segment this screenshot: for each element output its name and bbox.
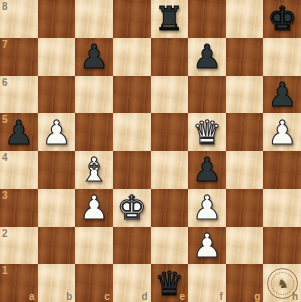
square-a7[interactable]: 7 (0, 38, 38, 76)
white-pawn-f2[interactable]: ♟ (188, 227, 226, 265)
square-a1[interactable]: 1a (0, 264, 38, 302)
black-pawn-a5[interactable]: ♟ (0, 113, 38, 151)
square-e1[interactable]: e♛ (151, 264, 189, 302)
square-f6[interactable] (188, 76, 226, 114)
rank-label-3: 3 (2, 190, 8, 201)
square-c2[interactable] (75, 227, 113, 265)
square-f7[interactable]: ♟ (188, 38, 226, 76)
square-g1[interactable]: g (226, 264, 264, 302)
square-h2[interactable] (263, 227, 301, 265)
square-g4[interactable] (226, 151, 264, 189)
white-pawn-h5[interactable]: ♟ (263, 113, 301, 151)
square-d8[interactable] (113, 0, 151, 38)
square-e8[interactable]: ♜ (151, 0, 189, 38)
square-e3[interactable] (151, 189, 189, 227)
square-f5[interactable]: ♛ (188, 113, 226, 151)
rank-label-6: 6 (2, 77, 8, 88)
square-f2[interactable]: ♟ (188, 227, 226, 265)
square-a5[interactable]: 5♟ (0, 113, 38, 151)
square-e4[interactable] (151, 151, 189, 189)
rank-label-7: 7 (2, 39, 8, 50)
square-f3[interactable]: ♟ (188, 189, 226, 227)
square-e6[interactable] (151, 76, 189, 114)
black-queen-e1[interactable]: ♛ (151, 264, 189, 302)
chess-board-window: 8♜♚7♟♟6♟5♟♟♛♟4♝♟3♟♚♟2♟1abcde♛fgh♞ (0, 0, 301, 302)
square-g5[interactable] (226, 113, 264, 151)
white-pawn-b5[interactable]: ♟ (38, 113, 76, 151)
square-f1[interactable]: f (188, 264, 226, 302)
square-c4[interactable]: ♝ (75, 151, 113, 189)
square-e5[interactable] (151, 113, 189, 151)
square-g8[interactable] (226, 0, 264, 38)
rank-label-1: 1 (2, 265, 8, 276)
square-d6[interactable] (113, 76, 151, 114)
square-a2[interactable]: 2 (0, 227, 38, 265)
square-h4[interactable] (263, 151, 301, 189)
square-b4[interactable] (38, 151, 76, 189)
square-d2[interactable] (113, 227, 151, 265)
square-c5[interactable] (75, 113, 113, 151)
square-d5[interactable] (113, 113, 151, 151)
square-d4[interactable] (113, 151, 151, 189)
file-label-f: f (219, 291, 222, 302)
square-h6[interactable]: ♟ (263, 76, 301, 114)
white-pawn-c3[interactable]: ♟ (75, 189, 113, 227)
square-c1[interactable]: c (75, 264, 113, 302)
white-bishop-c4[interactable]: ♝ (75, 151, 113, 189)
square-a8[interactable]: 8 (0, 0, 38, 38)
square-a3[interactable]: 3 (0, 189, 38, 227)
square-f8[interactable] (188, 0, 226, 38)
file-label-c: c (104, 291, 110, 302)
black-pawn-f4[interactable]: ♟ (188, 151, 226, 189)
file-label-a: a (29, 291, 35, 302)
square-h5[interactable]: ♟ (263, 113, 301, 151)
square-c6[interactable] (75, 76, 113, 114)
white-pawn-f3[interactable]: ♟ (188, 189, 226, 227)
square-g3[interactable] (226, 189, 264, 227)
stamp-knight-icon: ♞ (276, 276, 289, 290)
rank-label-2: 2 (2, 228, 8, 239)
square-e7[interactable] (151, 38, 189, 76)
square-a4[interactable]: 4 (0, 151, 38, 189)
white-king-d3[interactable]: ♚ (113, 189, 151, 227)
square-g6[interactable] (226, 76, 264, 114)
square-g7[interactable] (226, 38, 264, 76)
black-pawn-c7[interactable]: ♟ (75, 38, 113, 76)
square-f4[interactable]: ♟ (188, 151, 226, 189)
rank-label-8: 8 (2, 1, 8, 12)
black-rook-e8[interactable]: ♜ (151, 0, 189, 38)
square-d7[interactable] (113, 38, 151, 76)
square-g2[interactable] (226, 227, 264, 265)
square-h7[interactable] (263, 38, 301, 76)
black-king-h8[interactable]: ♚ (263, 0, 301, 38)
black-pawn-f7[interactable]: ♟ (188, 38, 226, 76)
file-label-b: b (66, 291, 72, 302)
square-b1[interactable]: b (38, 264, 76, 302)
square-c8[interactable] (75, 0, 113, 38)
file-label-d: d (141, 291, 147, 302)
square-b6[interactable] (38, 76, 76, 114)
white-queen-f5[interactable]: ♛ (188, 113, 226, 151)
black-pawn-h6[interactable]: ♟ (263, 76, 301, 114)
chess-board: 8♜♚7♟♟6♟5♟♟♛♟4♝♟3♟♚♟2♟1abcde♛fgh♞ (0, 0, 301, 302)
square-c7[interactable]: ♟ (75, 38, 113, 76)
square-h1[interactable]: h♞ (263, 264, 301, 302)
square-b3[interactable] (38, 189, 76, 227)
square-c3[interactable]: ♟ (75, 189, 113, 227)
file-label-g: g (254, 291, 260, 302)
square-h8[interactable]: ♚ (263, 0, 301, 38)
rank-label-4: 4 (2, 152, 8, 163)
square-b7[interactable] (38, 38, 76, 76)
square-b2[interactable] (38, 227, 76, 265)
square-e2[interactable] (151, 227, 189, 265)
square-d3[interactable]: ♚ (113, 189, 151, 227)
square-h3[interactable] (263, 189, 301, 227)
square-b5[interactable]: ♟ (38, 113, 76, 151)
square-a6[interactable]: 6 (0, 76, 38, 114)
square-b8[interactable] (38, 0, 76, 38)
square-d1[interactable]: d (113, 264, 151, 302)
